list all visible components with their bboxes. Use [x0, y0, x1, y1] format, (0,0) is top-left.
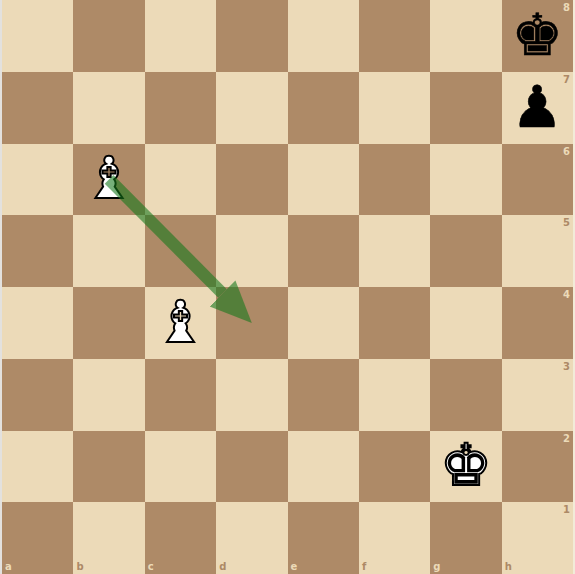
- square-a6[interactable]: [2, 144, 73, 216]
- square-a3[interactable]: [2, 359, 73, 431]
- piece-white-king-g2[interactable]: ♚: [440, 436, 492, 494]
- square-g1[interactable]: g: [430, 502, 501, 574]
- square-g5[interactable]: [430, 215, 501, 287]
- file-label: h: [505, 562, 512, 572]
- square-h1[interactable]: 1h: [502, 502, 573, 574]
- square-a4[interactable]: [2, 287, 73, 359]
- rank-label: 2: [563, 434, 570, 444]
- rank-label: 7: [563, 75, 570, 85]
- square-g3[interactable]: [430, 359, 501, 431]
- square-c4[interactable]: ♝: [145, 287, 216, 359]
- square-f6[interactable]: [359, 144, 430, 216]
- square-a7[interactable]: [2, 72, 73, 144]
- rank-label: 8: [563, 3, 570, 13]
- square-c1[interactable]: c: [145, 502, 216, 574]
- piece-white-bishop-b6[interactable]: ♝: [83, 149, 135, 207]
- rank-label: 4: [563, 290, 570, 300]
- square-b6[interactable]: ♝: [73, 144, 144, 216]
- rank-label: 6: [563, 147, 570, 157]
- rank-label: 1: [563, 505, 570, 515]
- square-b7[interactable]: [73, 72, 144, 144]
- square-b2[interactable]: [73, 431, 144, 503]
- square-g2[interactable]: ♚: [430, 431, 501, 503]
- square-c3[interactable]: [145, 359, 216, 431]
- square-d1[interactable]: d: [216, 502, 287, 574]
- square-c8[interactable]: [145, 0, 216, 72]
- square-b5[interactable]: [73, 215, 144, 287]
- square-e6[interactable]: [288, 144, 359, 216]
- square-e3[interactable]: [288, 359, 359, 431]
- file-label: f: [362, 562, 366, 572]
- square-b3[interactable]: [73, 359, 144, 431]
- square-h2[interactable]: 2: [502, 431, 573, 503]
- square-a8[interactable]: [2, 0, 73, 72]
- square-d6[interactable]: [216, 144, 287, 216]
- square-e5[interactable]: [288, 215, 359, 287]
- square-b4[interactable]: [73, 287, 144, 359]
- square-e1[interactable]: e: [288, 502, 359, 574]
- square-d8[interactable]: [216, 0, 287, 72]
- square-d7[interactable]: [216, 72, 287, 144]
- square-g8[interactable]: [430, 0, 501, 72]
- square-e7[interactable]: [288, 72, 359, 144]
- square-f4[interactable]: [359, 287, 430, 359]
- square-h5[interactable]: 5: [502, 215, 573, 287]
- square-a1[interactable]: a: [2, 502, 73, 574]
- square-d3[interactable]: [216, 359, 287, 431]
- square-c7[interactable]: [145, 72, 216, 144]
- rank-label: 3: [563, 362, 570, 372]
- square-f5[interactable]: [359, 215, 430, 287]
- chess-app: 8♚7♟♝65♝43♚2abcdefg1h: [0, 0, 575, 574]
- square-f7[interactable]: [359, 72, 430, 144]
- square-h7[interactable]: 7♟: [502, 72, 573, 144]
- file-label: g: [433, 562, 440, 572]
- square-b8[interactable]: [73, 0, 144, 72]
- rank-label: 5: [563, 218, 570, 228]
- file-label: d: [219, 562, 226, 572]
- square-f1[interactable]: f: [359, 502, 430, 574]
- square-f3[interactable]: [359, 359, 430, 431]
- square-d4[interactable]: [216, 287, 287, 359]
- square-e4[interactable]: [288, 287, 359, 359]
- square-c2[interactable]: [145, 431, 216, 503]
- square-h4[interactable]: 4: [502, 287, 573, 359]
- square-g6[interactable]: [430, 144, 501, 216]
- square-e2[interactable]: [288, 431, 359, 503]
- square-f8[interactable]: [359, 0, 430, 72]
- square-d5[interactable]: [216, 215, 287, 287]
- square-c5[interactable]: [145, 215, 216, 287]
- square-h6[interactable]: 6: [502, 144, 573, 216]
- square-g4[interactable]: [430, 287, 501, 359]
- square-g7[interactable]: [430, 72, 501, 144]
- file-label: b: [76, 562, 83, 572]
- square-b1[interactable]: b: [73, 502, 144, 574]
- square-d2[interactable]: [216, 431, 287, 503]
- square-a2[interactable]: [2, 431, 73, 503]
- file-label: a: [5, 562, 12, 572]
- square-f2[interactable]: [359, 431, 430, 503]
- file-label: e: [291, 562, 298, 572]
- chess-board[interactable]: 8♚7♟♝65♝43♚2abcdefg1h: [2, 0, 573, 574]
- square-h8[interactable]: 8♚: [502, 0, 573, 72]
- square-a5[interactable]: [2, 215, 73, 287]
- piece-white-bishop-c4[interactable]: ♝: [154, 293, 206, 351]
- piece-black-pawn-h7[interactable]: ♟: [511, 78, 563, 136]
- square-c6[interactable]: [145, 144, 216, 216]
- square-e8[interactable]: [288, 0, 359, 72]
- file-label: c: [148, 562, 154, 572]
- square-h3[interactable]: 3: [502, 359, 573, 431]
- piece-black-king-h8[interactable]: ♚: [511, 6, 563, 64]
